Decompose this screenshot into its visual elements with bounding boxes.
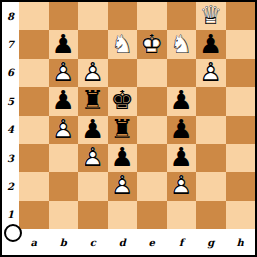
square-a3[interactable] xyxy=(19,144,49,172)
square-h3[interactable] xyxy=(226,144,256,172)
white-queen-outline: ♕ xyxy=(199,3,222,29)
square-f7[interactable]: ♞♘ xyxy=(167,30,197,58)
black-pawn-glyph: ♟ xyxy=(52,88,75,114)
square-g8[interactable]: ♛♕ xyxy=(196,2,226,30)
square-a8[interactable] xyxy=(19,2,49,30)
square-e1[interactable] xyxy=(137,201,167,229)
black-pawn-glyph: ♟ xyxy=(170,88,193,114)
white-to-move-indicator xyxy=(4,224,22,242)
square-e2[interactable] xyxy=(137,172,167,200)
square-e6[interactable] xyxy=(137,59,167,87)
rank-label-3: 3 xyxy=(2,144,19,172)
white-pawn-outline: ♙ xyxy=(199,59,222,85)
square-e5[interactable] xyxy=(137,87,167,115)
square-h7[interactable] xyxy=(226,30,256,58)
black-pawn-glyph: ♟ xyxy=(52,31,75,57)
white-pawn-outline: ♙ xyxy=(52,116,75,142)
square-d6[interactable] xyxy=(108,59,138,87)
square-b7[interactable]: ♟ xyxy=(49,30,79,58)
piece-white-knight[interactable]: ♞♘ xyxy=(108,30,138,58)
square-g5[interactable] xyxy=(196,87,226,115)
square-b2[interactable] xyxy=(49,172,79,200)
piece-black-pawn[interactable]: ♟ xyxy=(78,116,108,144)
piece-white-pawn[interactable]: ♟♙ xyxy=(196,59,226,87)
square-c4[interactable]: ♟ xyxy=(78,116,108,144)
white-pawn-outline: ♙ xyxy=(111,173,134,199)
square-b6[interactable]: ♟♙ xyxy=(49,59,79,87)
file-label-b: b xyxy=(49,229,79,255)
square-d3[interactable]: ♟ xyxy=(108,144,138,172)
square-g2[interactable] xyxy=(196,172,226,200)
rank-label-2: 2 xyxy=(2,172,19,200)
file-label-d: d xyxy=(108,229,138,255)
square-a1[interactable] xyxy=(19,201,49,229)
square-d8[interactable] xyxy=(108,2,138,30)
piece-white-pawn[interactable]: ♟♙ xyxy=(108,172,138,200)
square-g1[interactable] xyxy=(196,201,226,229)
square-b1[interactable] xyxy=(49,201,79,229)
square-g3[interactable] xyxy=(196,144,226,172)
piece-black-king[interactable]: ♚ xyxy=(108,87,138,115)
piece-black-pawn[interactable]: ♟ xyxy=(167,87,197,115)
chess-board: 8♛♕7♟♞♘♚♔♞♘♟6♟♙♟♙♟♙5♟♜♚♟4♟♙♟♜♟3♟♙♟♟2♟♙♟♙… xyxy=(2,2,255,255)
chess-diagram: 8♛♕7♟♞♘♚♔♞♘♟6♟♙♟♙♟♙5♟♜♚♟4♟♙♟♜♟3♟♙♟♟2♟♙♟♙… xyxy=(0,0,257,257)
white-king-outline: ♔ xyxy=(140,31,163,57)
piece-black-pawn[interactable]: ♟ xyxy=(49,30,79,58)
rank-label-5: 5 xyxy=(2,87,19,115)
square-b5[interactable]: ♟ xyxy=(49,87,79,115)
file-label-g: g xyxy=(196,229,226,255)
square-e3[interactable] xyxy=(137,144,167,172)
square-f1[interactable] xyxy=(167,201,197,229)
black-king-glyph: ♚ xyxy=(111,88,134,114)
piece-white-pawn[interactable]: ♟♙ xyxy=(78,59,108,87)
square-f6[interactable] xyxy=(167,59,197,87)
square-f8[interactable] xyxy=(167,2,197,30)
white-pawn-outline: ♙ xyxy=(170,173,193,199)
square-b3[interactable] xyxy=(49,144,79,172)
piece-white-pawn[interactable]: ♟♙ xyxy=(49,59,79,87)
piece-white-pawn[interactable]: ♟♙ xyxy=(167,172,197,200)
piece-black-pawn[interactable]: ♟ xyxy=(108,144,138,172)
file-label-a: a xyxy=(19,229,49,255)
black-pawn-glyph: ♟ xyxy=(199,31,222,57)
black-pawn-glyph: ♟ xyxy=(170,116,193,142)
square-c1[interactable] xyxy=(78,201,108,229)
square-b4[interactable]: ♟♙ xyxy=(49,116,79,144)
piece-white-king[interactable]: ♚♔ xyxy=(137,30,167,58)
rank-label-7: 7 xyxy=(2,30,19,58)
square-h2[interactable] xyxy=(226,172,256,200)
square-c7[interactable] xyxy=(78,30,108,58)
rank-label-4: 4 xyxy=(2,116,19,144)
piece-black-rook[interactable]: ♜ xyxy=(108,116,138,144)
white-pawn-outline: ♙ xyxy=(81,59,104,85)
piece-white-pawn[interactable]: ♟♙ xyxy=(49,116,79,144)
piece-black-pawn[interactable]: ♟ xyxy=(167,116,197,144)
black-pawn-glyph: ♟ xyxy=(111,145,134,171)
piece-white-queen[interactable]: ♛♕ xyxy=(196,2,226,30)
square-d1[interactable] xyxy=(108,201,138,229)
white-knight-outline: ♘ xyxy=(111,31,134,57)
square-f2[interactable]: ♟♙ xyxy=(167,172,197,200)
black-pawn-glyph: ♟ xyxy=(81,116,104,142)
square-d5[interactable]: ♚ xyxy=(108,87,138,115)
square-c5[interactable]: ♜ xyxy=(78,87,108,115)
square-g7[interactable]: ♟ xyxy=(196,30,226,58)
square-g4[interactable] xyxy=(196,116,226,144)
square-h6[interactable] xyxy=(226,59,256,87)
rank-label-8: 8 xyxy=(2,2,19,30)
square-c6[interactable]: ♟♙ xyxy=(78,59,108,87)
square-f3[interactable]: ♟ xyxy=(167,144,197,172)
square-d7[interactable]: ♞♘ xyxy=(108,30,138,58)
square-a4[interactable] xyxy=(19,116,49,144)
square-a6[interactable] xyxy=(19,59,49,87)
file-label-c: c xyxy=(78,229,108,255)
white-pawn-outline: ♙ xyxy=(81,145,104,171)
black-rook-glyph: ♜ xyxy=(81,88,104,114)
square-b8[interactable] xyxy=(49,2,79,30)
piece-white-knight[interactable]: ♞♘ xyxy=(167,30,197,58)
square-e4[interactable] xyxy=(137,116,167,144)
piece-black-rook[interactable]: ♜ xyxy=(78,87,108,115)
square-c8[interactable] xyxy=(78,2,108,30)
square-h1[interactable] xyxy=(226,201,256,229)
square-f4[interactable]: ♟ xyxy=(167,116,197,144)
square-d4[interactable]: ♜ xyxy=(108,116,138,144)
square-e7[interactable]: ♚♔ xyxy=(137,30,167,58)
piece-black-pawn[interactable]: ♟ xyxy=(49,87,79,115)
white-pawn-outline: ♙ xyxy=(52,59,75,85)
piece-black-pawn[interactable]: ♟ xyxy=(196,30,226,58)
square-c3[interactable]: ♟♙ xyxy=(78,144,108,172)
square-f5[interactable]: ♟ xyxy=(167,87,197,115)
square-d2[interactable]: ♟♙ xyxy=(108,172,138,200)
white-knight-outline: ♘ xyxy=(170,31,193,57)
square-h5[interactable] xyxy=(226,87,256,115)
black-rook-glyph: ♜ xyxy=(111,116,134,142)
piece-white-pawn[interactable]: ♟♙ xyxy=(78,144,108,172)
square-h8[interactable] xyxy=(226,2,256,30)
square-c2[interactable] xyxy=(78,172,108,200)
black-pawn-glyph: ♟ xyxy=(170,145,193,171)
piece-black-pawn[interactable]: ♟ xyxy=(167,144,197,172)
rank-label-6: 6 xyxy=(2,59,19,87)
square-a7[interactable] xyxy=(19,30,49,58)
square-e8[interactable] xyxy=(137,2,167,30)
square-a2[interactable] xyxy=(19,172,49,200)
file-label-h: h xyxy=(226,229,256,255)
square-a5[interactable] xyxy=(19,87,49,115)
file-label-f: f xyxy=(167,229,197,255)
square-h4[interactable] xyxy=(226,116,256,144)
file-label-e: e xyxy=(137,229,167,255)
square-g6[interactable]: ♟♙ xyxy=(196,59,226,87)
